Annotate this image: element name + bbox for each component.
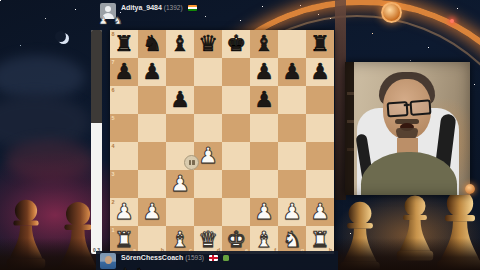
player-name-top[interactable]: Aditya_9484 (1392) xyxy=(121,4,197,11)
piece-white-pawn[interactable]: ♟ xyxy=(310,198,330,226)
piece-black-pawn[interactable]: ♟ xyxy=(114,58,134,86)
square-a5[interactable]: 5 xyxy=(110,114,138,142)
square-e7[interactable] xyxy=(222,58,250,86)
england-flag xyxy=(209,255,218,261)
rank-label: 1 xyxy=(112,227,115,233)
square-b1[interactable]: b xyxy=(138,226,166,254)
square-f1[interactable]: f♝ xyxy=(250,226,278,254)
cloud-art xyxy=(0,55,85,100)
square-d3[interactable] xyxy=(194,170,222,198)
india-flag xyxy=(188,5,197,11)
rank-label: 8 xyxy=(112,31,115,37)
orange-orb-art xyxy=(465,184,475,194)
evaluation-bar-black-portion xyxy=(91,30,102,123)
piece-white-pawn[interactable]: ♟ xyxy=(254,198,274,226)
square-c7[interactable] xyxy=(166,58,194,86)
square-f5[interactable] xyxy=(250,114,278,142)
piece-white-bishop[interactable]: ♝ xyxy=(254,226,274,254)
square-h7[interactable]: ♟ xyxy=(306,58,334,86)
player-bar-bottom: SörenChessCoach (1593) ♟ ♞ xyxy=(96,251,338,270)
piece-black-rook[interactable]: ♜ xyxy=(114,30,134,58)
square-g7[interactable]: ♟ xyxy=(278,58,306,86)
square-d5[interactable] xyxy=(194,114,222,142)
red-star-art xyxy=(450,19,454,23)
square-b5[interactable] xyxy=(138,114,166,142)
square-c1[interactable]: c♝ xyxy=(166,226,194,254)
square-f6[interactable]: ♟ xyxy=(250,86,278,114)
stream-scene: 0.3 8♜♞♝♛♚♝♜7♟♟♟♟♟6♟♟54♟3♟2♟♟♟♟♟1a♜bc♝d♛… xyxy=(0,0,480,270)
square-b6[interactable] xyxy=(138,86,166,114)
square-g8[interactable] xyxy=(278,30,306,58)
piece-white-pawn[interactable]: ♟ xyxy=(282,198,302,226)
square-g6[interactable] xyxy=(278,86,306,114)
square-d7[interactable] xyxy=(194,58,222,86)
moon-crescent-art xyxy=(58,33,69,44)
square-a7[interactable]: 7♟ xyxy=(110,58,138,86)
square-f3[interactable] xyxy=(250,170,278,198)
piece-white-pawn[interactable]: ♟ xyxy=(142,198,162,226)
piece-white-bishop[interactable]: ♝ xyxy=(170,226,190,254)
square-h2[interactable]: ♟ xyxy=(306,198,334,226)
square-a6[interactable]: 6 xyxy=(110,86,138,114)
square-c2[interactable] xyxy=(166,198,194,226)
square-e4[interactable] xyxy=(222,142,250,170)
square-e1[interactable]: e♚ xyxy=(222,226,250,254)
square-c5[interactable] xyxy=(166,114,194,142)
piece-black-king[interactable]: ♚ xyxy=(226,30,246,58)
piece-white-pawn[interactable]: ♟ xyxy=(198,142,218,170)
evaluation-bar: 0.3 xyxy=(91,30,102,254)
square-d1[interactable]: d♛ xyxy=(194,226,222,254)
square-b4[interactable] xyxy=(138,142,166,170)
piece-black-bishop[interactable]: ♝ xyxy=(170,30,190,58)
square-d2[interactable] xyxy=(194,198,222,226)
square-h3[interactable] xyxy=(306,170,334,198)
captured-pieces-bottom: ♟ ♞ xyxy=(121,266,145,270)
piece-black-pawn[interactable]: ♟ xyxy=(310,58,330,86)
membership-badge xyxy=(223,255,229,261)
captured-pieces-top: ♟ ♞ xyxy=(99,15,123,26)
piece-black-knight[interactable]: ♞ xyxy=(142,30,162,58)
avatar[interactable] xyxy=(100,253,116,269)
square-h5[interactable] xyxy=(306,114,334,142)
player-name-bottom[interactable]: SörenChessCoach (1593) xyxy=(121,254,229,261)
piece-white-queen[interactable]: ♛ xyxy=(198,226,218,254)
piece-black-pawn[interactable]: ♟ xyxy=(142,58,162,86)
square-f7[interactable]: ♟ xyxy=(250,58,278,86)
piece-white-pawn[interactable]: ♟ xyxy=(114,198,134,226)
rank-label: 2 xyxy=(112,199,115,205)
square-b8[interactable]: ♞ xyxy=(138,30,166,58)
piece-black-pawn[interactable]: ♟ xyxy=(170,86,190,114)
piece-white-rook[interactable]: ♜ xyxy=(114,226,134,254)
square-e8[interactable]: ♚ xyxy=(222,30,250,58)
rank-label: 3 xyxy=(112,171,115,177)
square-h6[interactable] xyxy=(306,86,334,114)
webcam-vignette xyxy=(345,62,470,195)
piece-white-rook[interactable]: ♜ xyxy=(310,226,330,254)
piece-white-knight[interactable]: ♞ xyxy=(282,226,302,254)
square-a2[interactable]: 2♟ xyxy=(110,198,138,226)
square-d8[interactable]: ♛ xyxy=(194,30,222,58)
square-f8[interactable]: ♝ xyxy=(250,30,278,58)
square-h8[interactable]: ♜ xyxy=(306,30,334,58)
square-a8[interactable]: 8♜ xyxy=(110,30,138,58)
square-a1[interactable]: 1a♜ xyxy=(110,226,138,254)
piece-white-pawn[interactable]: ♟ xyxy=(170,170,190,198)
square-c8[interactable]: ♝ xyxy=(166,30,194,58)
square-e5[interactable] xyxy=(222,114,250,142)
webcam-video xyxy=(345,62,470,195)
orange-orb-art xyxy=(381,2,402,23)
piece-black-pawn[interactable]: ♟ xyxy=(254,58,274,86)
square-g2[interactable]: ♟ xyxy=(278,198,306,226)
square-b7[interactable]: ♟ xyxy=(138,58,166,86)
player-bar-top: Aditya_9484 (1392) ♟ ♞ xyxy=(96,1,338,28)
square-d6[interactable] xyxy=(194,86,222,114)
rank-label: 4 xyxy=(112,143,115,149)
square-g1[interactable]: g♞ xyxy=(278,226,306,254)
chess-board[interactable]: 8♜♞♝♛♚♝♜7♟♟♟♟♟6♟♟54♟3♟2♟♟♟♟♟1a♜bc♝d♛e♚f♝… xyxy=(110,30,334,254)
square-e2[interactable] xyxy=(222,198,250,226)
square-b2[interactable]: ♟ xyxy=(138,198,166,226)
player-rating-top: (1392) xyxy=(164,4,183,11)
piece-black-pawn[interactable]: ♟ xyxy=(254,86,274,114)
piece-black-bishop[interactable]: ♝ xyxy=(254,30,274,58)
square-a4[interactable]: 4 xyxy=(110,142,138,170)
rank-label: 7 xyxy=(112,59,115,65)
rank-label: 5 xyxy=(112,115,115,121)
book-move-badge xyxy=(184,155,199,170)
square-c6[interactable]: ♟ xyxy=(166,86,194,114)
square-b3[interactable] xyxy=(138,170,166,198)
piece-white-king[interactable]: ♚ xyxy=(226,226,246,254)
square-h4[interactable] xyxy=(306,142,334,170)
square-f2[interactable]: ♟ xyxy=(250,198,278,226)
piece-black-rook[interactable]: ♜ xyxy=(310,30,330,58)
player-rating-bottom: (1593) xyxy=(185,254,204,261)
square-a3[interactable]: 3 xyxy=(110,170,138,198)
piece-black-pawn[interactable]: ♟ xyxy=(282,58,302,86)
square-e3[interactable] xyxy=(222,170,250,198)
square-e6[interactable] xyxy=(222,86,250,114)
square-h1[interactable]: h♜ xyxy=(306,226,334,254)
square-c3[interactable]: ♟ xyxy=(166,170,194,198)
square-g5[interactable] xyxy=(278,114,306,142)
square-g3[interactable] xyxy=(278,170,306,198)
starfield-background xyxy=(0,0,1,1)
square-g4[interactable] xyxy=(278,142,306,170)
rank-label: 6 xyxy=(112,87,115,93)
piece-black-queen[interactable]: ♛ xyxy=(198,30,218,58)
square-f4[interactable] xyxy=(250,142,278,170)
